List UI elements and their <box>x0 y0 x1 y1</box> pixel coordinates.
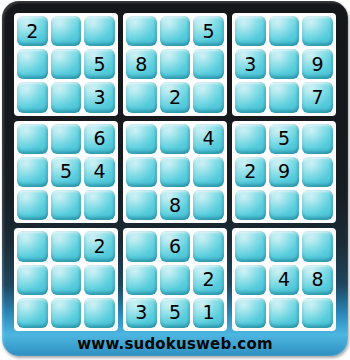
cell-r7c6[interactable] <box>193 231 224 261</box>
cell-r7c8[interactable] <box>269 231 300 261</box>
cell-r8c9[interactable]: 8 <box>302 265 333 295</box>
cell-r9c5[interactable]: 5 <box>160 298 191 328</box>
cell-r1c9[interactable] <box>302 16 333 46</box>
cell-r3c1[interactable] <box>17 82 48 112</box>
block-r1c2: 582 <box>123 13 227 116</box>
cell-r3c6[interactable] <box>193 82 224 112</box>
cell-r1c1[interactable]: 2 <box>17 16 48 46</box>
cell-r3c4[interactable] <box>126 82 157 112</box>
block-r3c2: 62351 <box>123 228 227 331</box>
cell-r9c8[interactable] <box>269 298 300 328</box>
cell-r6c5[interactable]: 8 <box>160 190 191 220</box>
cell-r4c5[interactable] <box>160 124 191 154</box>
cell-r1c8[interactable] <box>269 16 300 46</box>
cell-r2c8[interactable] <box>269 49 300 79</box>
cell-r7c7[interactable] <box>235 231 266 261</box>
cell-r9c6[interactable]: 1 <box>193 298 224 328</box>
cell-r8c3[interactable] <box>84 265 115 295</box>
cell-r2c9[interactable]: 9 <box>302 49 333 79</box>
cell-r1c5[interactable] <box>160 16 191 46</box>
cell-r6c2[interactable] <box>51 190 82 220</box>
cell-r7c1[interactable] <box>17 231 48 261</box>
cell-r3c2[interactable] <box>51 82 82 112</box>
cell-r2c2[interactable] <box>51 49 82 79</box>
cell-r5c1[interactable] <box>17 157 48 187</box>
cell-r6c4[interactable] <box>126 190 157 220</box>
cell-r4c1[interactable] <box>17 124 48 154</box>
cell-r6c7[interactable] <box>235 190 266 220</box>
cell-r7c5[interactable]: 6 <box>160 231 191 261</box>
cell-r3c9[interactable]: 7 <box>302 82 333 112</box>
cell-r8c6[interactable]: 2 <box>193 265 224 295</box>
cell-r5c2[interactable]: 5 <box>51 157 82 187</box>
block-r2c1: 654 <box>14 121 118 224</box>
cell-r6c1[interactable] <box>17 190 48 220</box>
cell-r5c8[interactable]: 9 <box>269 157 300 187</box>
cell-r4c2[interactable] <box>51 124 82 154</box>
website-url: www.sudokusweb.com <box>77 335 272 353</box>
cell-r9c7[interactable] <box>235 298 266 328</box>
cell-r2c7[interactable]: 3 <box>235 49 266 79</box>
cell-r3c5[interactable]: 2 <box>160 82 191 112</box>
cell-r9c3[interactable] <box>84 298 115 328</box>
sudoku-board: 2535823976544852926235148 <box>14 13 336 331</box>
block-r2c3: 529 <box>232 121 336 224</box>
cell-r8c1[interactable] <box>17 265 48 295</box>
cell-r5c5[interactable] <box>160 157 191 187</box>
cell-r1c6[interactable]: 5 <box>193 16 224 46</box>
cell-r2c4[interactable]: 8 <box>126 49 157 79</box>
block-r3c3: 48 <box>232 228 336 331</box>
cell-r8c8[interactable]: 4 <box>269 265 300 295</box>
cell-r2c1[interactable] <box>17 49 48 79</box>
block-r3c1: 2 <box>14 228 118 331</box>
cell-r3c7[interactable] <box>235 82 266 112</box>
cell-r7c9[interactable] <box>302 231 333 261</box>
cell-r1c3[interactable] <box>84 16 115 46</box>
cell-r6c6[interactable] <box>193 190 224 220</box>
cell-r9c4[interactable]: 3 <box>126 298 157 328</box>
cell-r4c9[interactable] <box>302 124 333 154</box>
cell-r8c2[interactable] <box>51 265 82 295</box>
cell-r4c7[interactable] <box>235 124 266 154</box>
sudoku-board-plaque: 2535823976544852926235148 www.sudokusweb… <box>2 1 348 356</box>
cell-r5c9[interactable] <box>302 157 333 187</box>
cell-r9c2[interactable] <box>51 298 82 328</box>
cell-r4c4[interactable] <box>126 124 157 154</box>
block-r1c3: 397 <box>232 13 336 116</box>
cell-r2c5[interactable] <box>160 49 191 79</box>
block-r2c2: 48 <box>123 121 227 224</box>
cell-r5c3[interactable]: 4 <box>84 157 115 187</box>
cell-r4c3[interactable]: 6 <box>84 124 115 154</box>
cell-r1c2[interactable] <box>51 16 82 46</box>
cell-r9c9[interactable] <box>302 298 333 328</box>
cell-r7c2[interactable] <box>51 231 82 261</box>
cell-r8c4[interactable] <box>126 265 157 295</box>
cell-r6c8[interactable] <box>269 190 300 220</box>
cell-r5c6[interactable] <box>193 157 224 187</box>
cell-r7c4[interactable] <box>126 231 157 261</box>
cell-r3c3[interactable]: 3 <box>84 82 115 112</box>
cell-r5c4[interactable] <box>126 157 157 187</box>
block-r1c1: 253 <box>14 13 118 116</box>
cell-r6c3[interactable] <box>84 190 115 220</box>
cell-r8c7[interactable] <box>235 265 266 295</box>
cell-r4c6[interactable]: 4 <box>193 124 224 154</box>
cell-r9c1[interactable] <box>17 298 48 328</box>
cell-r5c7[interactable]: 2 <box>235 157 266 187</box>
cell-r2c6[interactable] <box>193 49 224 79</box>
website-footer: www.sudokusweb.com <box>14 331 336 356</box>
cell-r1c4[interactable] <box>126 16 157 46</box>
cell-r8c5[interactable] <box>160 265 191 295</box>
cell-r6c9[interactable] <box>302 190 333 220</box>
cell-r1c7[interactable] <box>235 16 266 46</box>
cell-r7c3[interactable]: 2 <box>84 231 115 261</box>
cell-r4c8[interactable]: 5 <box>269 124 300 154</box>
cell-r2c3[interactable]: 5 <box>84 49 115 79</box>
cell-r3c8[interactable] <box>269 82 300 112</box>
